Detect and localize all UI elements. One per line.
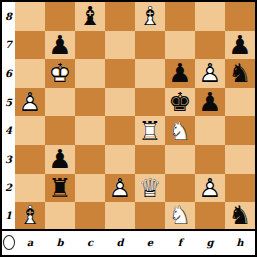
square-a2[interactable] <box>15 174 45 203</box>
piece-white-rook: ♖ <box>135 116 165 145</box>
file-label-f: f <box>165 231 195 255</box>
square-e1[interactable] <box>135 202 165 231</box>
piece-white-knight-fill: ♞ <box>165 116 195 145</box>
piece-white-pawn-fill: ♟ <box>195 174 225 203</box>
square-h3[interactable] <box>225 145 255 174</box>
square-d8[interactable] <box>105 2 135 31</box>
square-d3[interactable] <box>105 145 135 174</box>
chess-board: 8♝♝♗7♟♟6♚♔♟♟♙♞5♟♙♚♟4♜♖♞♘3♟2♜♟♙♛♕♟♙1♝♗♞♘♞… <box>0 0 257 257</box>
file-label-h: h <box>225 231 255 255</box>
square-d7[interactable] <box>105 31 135 60</box>
file-label-b: b <box>45 231 75 255</box>
piece-white-pawn: ♙ <box>15 88 45 117</box>
piece-white-king: ♔ <box>45 59 75 88</box>
square-c7[interactable] <box>75 31 105 60</box>
file-label-e: e <box>135 231 165 255</box>
piece-black-pawn: ♟ <box>45 145 75 174</box>
piece-white-pawn: ♙ <box>195 174 225 203</box>
square-a3[interactable] <box>15 145 45 174</box>
piece-white-pawn-fill: ♟ <box>195 59 225 88</box>
square-d4[interactable] <box>105 116 135 145</box>
square-g1[interactable] <box>195 202 225 231</box>
piece-white-queen-fill: ♛ <box>135 174 165 203</box>
square-c1[interactable] <box>75 202 105 231</box>
piece-black-knight: ♞ <box>225 202 255 229</box>
rank-label-1: 1 <box>2 202 15 231</box>
square-b2[interactable]: ♜ <box>45 174 75 203</box>
square-f2[interactable] <box>165 174 195 203</box>
square-c6[interactable] <box>75 59 105 88</box>
white-to-move-icon <box>3 235 15 250</box>
square-a1[interactable]: ♝♗ <box>15 202 45 231</box>
piece-black-king: ♚ <box>165 88 195 117</box>
square-f1[interactable]: ♞♘ <box>165 202 195 231</box>
piece-white-bishop: ♗ <box>135 2 165 31</box>
square-g4[interactable] <box>195 116 225 145</box>
square-a7[interactable] <box>15 31 45 60</box>
square-c5[interactable] <box>75 88 105 117</box>
square-h2[interactable] <box>225 174 255 203</box>
square-a8[interactable] <box>15 2 45 31</box>
piece-black-pawn: ♟ <box>195 88 225 117</box>
square-e6[interactable] <box>135 59 165 88</box>
square-b5[interactable] <box>45 88 75 117</box>
piece-black-bishop: ♝ <box>75 2 105 31</box>
piece-white-pawn: ♙ <box>105 174 135 203</box>
square-e7[interactable] <box>135 31 165 60</box>
square-g3[interactable] <box>195 145 225 174</box>
square-b6[interactable]: ♚♔ <box>45 59 75 88</box>
square-d2[interactable]: ♟♙ <box>105 174 135 203</box>
square-d6[interactable] <box>105 59 135 88</box>
piece-white-bishop-fill: ♝ <box>15 202 45 229</box>
piece-black-pawn: ♟ <box>165 59 195 88</box>
piece-white-pawn-fill: ♟ <box>15 88 45 117</box>
square-e3[interactable] <box>135 145 165 174</box>
square-g6[interactable]: ♟♙ <box>195 59 225 88</box>
rank-label-2: 2 <box>2 174 15 203</box>
square-f5[interactable]: ♚ <box>165 88 195 117</box>
square-e2[interactable]: ♛♕ <box>135 174 165 203</box>
square-b4[interactable] <box>45 116 75 145</box>
square-d1[interactable] <box>105 202 135 231</box>
square-f4[interactable]: ♞♘ <box>165 116 195 145</box>
piece-black-rook: ♜ <box>45 174 75 203</box>
square-b8[interactable] <box>45 2 75 31</box>
square-h1[interactable]: ♞ <box>225 202 255 231</box>
file-label-d: d <box>105 231 135 255</box>
piece-white-pawn-fill: ♟ <box>105 174 135 203</box>
square-f3[interactable] <box>165 145 195 174</box>
square-h5[interactable] <box>225 88 255 117</box>
square-e5[interactable] <box>135 88 165 117</box>
piece-black-knight: ♞ <box>225 59 255 88</box>
square-a5[interactable]: ♟♙ <box>15 88 45 117</box>
square-b1[interactable] <box>45 202 75 231</box>
piece-white-knight-fill: ♞ <box>165 202 195 229</box>
square-d5[interactable] <box>105 88 135 117</box>
piece-white-queen: ♕ <box>135 174 165 203</box>
square-c3[interactable] <box>75 145 105 174</box>
square-h6[interactable]: ♞ <box>225 59 255 88</box>
square-b3[interactable]: ♟ <box>45 145 75 174</box>
square-g7[interactable] <box>195 31 225 60</box>
square-g8[interactable] <box>195 2 225 31</box>
rank-label-4: 4 <box>2 116 15 145</box>
piece-black-pawn: ♟ <box>45 31 75 60</box>
square-c8[interactable]: ♝ <box>75 2 105 31</box>
square-f7[interactable] <box>165 31 195 60</box>
square-b7[interactable]: ♟ <box>45 31 75 60</box>
piece-white-rook-fill: ♜ <box>135 116 165 145</box>
piece-white-pawn: ♙ <box>195 59 225 88</box>
square-g5[interactable]: ♟ <box>195 88 225 117</box>
piece-white-bishop-fill: ♝ <box>135 2 165 31</box>
square-h7[interactable]: ♟ <box>225 31 255 60</box>
square-e4[interactable]: ♜♖ <box>135 116 165 145</box>
piece-black-pawn: ♟ <box>225 31 255 60</box>
piece-white-knight: ♘ <box>165 202 195 229</box>
piece-white-knight: ♘ <box>165 116 195 145</box>
square-a6[interactable] <box>15 59 45 88</box>
file-label-a: a <box>15 231 45 255</box>
square-f8[interactable] <box>165 2 195 31</box>
square-f6[interactable]: ♟ <box>165 59 195 88</box>
piece-white-bishop: ♗ <box>15 202 45 229</box>
rank-label-3: 3 <box>2 145 15 174</box>
piece-white-king-fill: ♚ <box>45 59 75 88</box>
square-a4[interactable] <box>15 116 45 145</box>
square-c2[interactable] <box>75 174 105 203</box>
square-e8[interactable]: ♝♗ <box>135 2 165 31</box>
square-g2[interactable]: ♟♙ <box>195 174 225 203</box>
file-label-c: c <box>75 231 105 255</box>
rank-label-6: 6 <box>2 59 15 88</box>
file-label-g: g <box>195 231 225 255</box>
rank-label-7: 7 <box>2 31 15 60</box>
side-to-move-corner <box>2 231 15 255</box>
rank-label-5: 5 <box>2 88 15 117</box>
square-h8[interactable] <box>225 2 255 31</box>
square-c4[interactable] <box>75 116 105 145</box>
rank-label-8: 8 <box>2 2 15 31</box>
square-h4[interactable] <box>225 116 255 145</box>
